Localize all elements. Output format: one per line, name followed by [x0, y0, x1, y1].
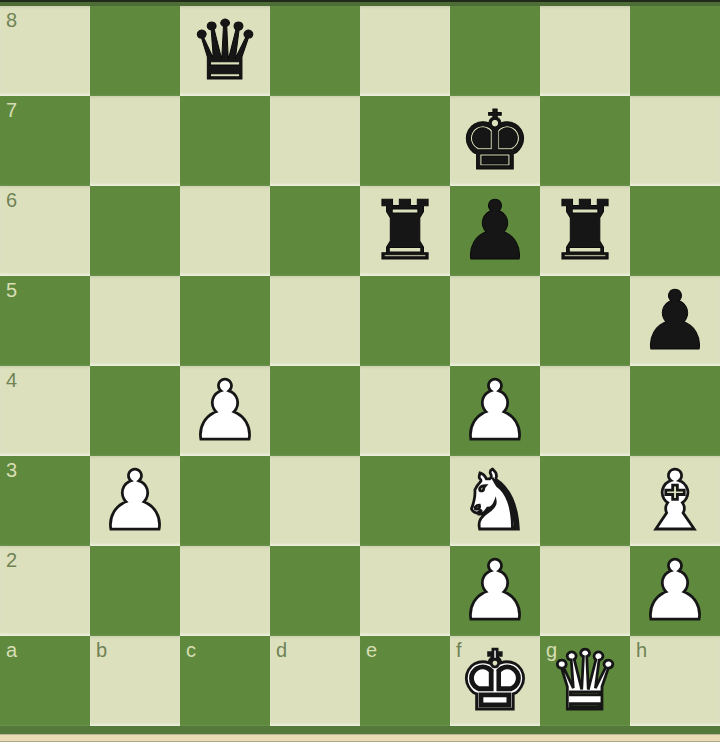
square-c3[interactable]	[180, 456, 270, 546]
square-e2[interactable]	[360, 546, 450, 636]
white-pawn-f4[interactable]: ♟	[450, 366, 540, 456]
file-label-c: c	[186, 640, 196, 660]
square-g6[interactable]: ♜	[540, 186, 630, 276]
square-f8[interactable]	[450, 6, 540, 96]
square-c4[interactable]: ♟	[180, 366, 270, 456]
square-d1[interactable]: d	[270, 636, 360, 726]
rank-label-6: 6	[6, 190, 17, 210]
white-pawn-b3[interactable]: ♟	[90, 456, 180, 546]
square-a5[interactable]: 5	[0, 276, 90, 366]
square-e1[interactable]: e	[360, 636, 450, 726]
square-h5[interactable]: ♟	[630, 276, 720, 366]
square-f5[interactable]	[450, 276, 540, 366]
file-label-e: e	[366, 640, 377, 660]
black-pawn-f6[interactable]: ♟	[450, 186, 540, 276]
square-f7[interactable]: ♚	[450, 96, 540, 186]
rank-label-7: 7	[6, 100, 17, 120]
white-pawn-h2[interactable]: ♟	[630, 546, 720, 636]
square-h2[interactable]: ♟	[630, 546, 720, 636]
rank-label-8: 8	[6, 10, 17, 30]
square-g4[interactable]	[540, 366, 630, 456]
square-b8[interactable]	[90, 6, 180, 96]
bottom-panel-edge	[0, 734, 720, 742]
square-b6[interactable]	[90, 186, 180, 276]
square-h6[interactable]	[630, 186, 720, 276]
square-g7[interactable]	[540, 96, 630, 186]
square-h7[interactable]	[630, 96, 720, 186]
square-e8[interactable]	[360, 6, 450, 96]
square-c2[interactable]	[180, 546, 270, 636]
square-b5[interactable]	[90, 276, 180, 366]
square-d2[interactable]	[270, 546, 360, 636]
white-pawn-c4[interactable]: ♟	[180, 366, 270, 456]
square-b3[interactable]: ♟	[90, 456, 180, 546]
square-f6[interactable]: ♟	[450, 186, 540, 276]
square-e3[interactable]	[360, 456, 450, 546]
square-e7[interactable]	[360, 96, 450, 186]
square-d7[interactable]	[270, 96, 360, 186]
chess-board: 8♛7♚6♜♟♜5♟4♟♟3♟♞♝2♟♟abcdef♚g♛h	[0, 6, 720, 726]
square-h1[interactable]: h	[630, 636, 720, 726]
white-queen-g1[interactable]: ♛	[540, 636, 630, 726]
square-b1[interactable]: b	[90, 636, 180, 726]
rank-label-3: 3	[6, 460, 17, 480]
square-e4[interactable]	[360, 366, 450, 456]
square-e6[interactable]: ♜	[360, 186, 450, 276]
square-d3[interactable]	[270, 456, 360, 546]
square-c7[interactable]	[180, 96, 270, 186]
white-bishop-h3[interactable]: ♝	[630, 456, 720, 546]
square-g1[interactable]: g♛	[540, 636, 630, 726]
square-c8[interactable]: ♛	[180, 6, 270, 96]
square-d4[interactable]	[270, 366, 360, 456]
square-a1[interactable]: a	[0, 636, 90, 726]
square-g5[interactable]	[540, 276, 630, 366]
file-label-b: b	[96, 640, 107, 660]
chess-app-screen: 8♛7♚6♜♟♜5♟4♟♟3♟♞♝2♟♟abcdef♚g♛h	[0, 0, 720, 742]
square-b2[interactable]	[90, 546, 180, 636]
square-c6[interactable]	[180, 186, 270, 276]
square-d8[interactable]	[270, 6, 360, 96]
black-queen-c8[interactable]: ♛	[180, 6, 270, 96]
black-rook-g6[interactable]: ♜	[540, 186, 630, 276]
square-a3[interactable]: 3	[0, 456, 90, 546]
square-b4[interactable]	[90, 366, 180, 456]
square-a4[interactable]: 4	[0, 366, 90, 456]
black-pawn-h5[interactable]: ♟	[630, 276, 720, 366]
square-h3[interactable]: ♝	[630, 456, 720, 546]
file-label-h: h	[636, 640, 647, 660]
white-pawn-f2[interactable]: ♟	[450, 546, 540, 636]
file-label-d: d	[276, 640, 287, 660]
rank-label-5: 5	[6, 280, 17, 300]
square-a8[interactable]: 8	[0, 6, 90, 96]
square-f4[interactable]: ♟	[450, 366, 540, 456]
rank-label-4: 4	[6, 370, 17, 390]
square-c5[interactable]	[180, 276, 270, 366]
white-king-f1[interactable]: ♚	[450, 636, 540, 726]
square-d5[interactable]	[270, 276, 360, 366]
square-f1[interactable]: f♚	[450, 636, 540, 726]
square-a2[interactable]: 2	[0, 546, 90, 636]
square-a6[interactable]: 6	[0, 186, 90, 276]
square-b7[interactable]	[90, 96, 180, 186]
square-f3[interactable]: ♞	[450, 456, 540, 546]
white-knight-f3[interactable]: ♞	[450, 456, 540, 546]
file-label-a: a	[6, 640, 17, 660]
square-c1[interactable]: c	[180, 636, 270, 726]
rank-label-2: 2	[6, 550, 17, 570]
black-king-f7[interactable]: ♚	[450, 96, 540, 186]
square-h8[interactable]	[630, 6, 720, 96]
black-rook-e6[interactable]: ♜	[360, 186, 450, 276]
square-h4[interactable]	[630, 366, 720, 456]
square-g8[interactable]	[540, 6, 630, 96]
square-a7[interactable]: 7	[0, 96, 90, 186]
square-g3[interactable]	[540, 456, 630, 546]
square-d6[interactable]	[270, 186, 360, 276]
square-g2[interactable]	[540, 546, 630, 636]
square-f2[interactable]: ♟	[450, 546, 540, 636]
square-e5[interactable]	[360, 276, 450, 366]
